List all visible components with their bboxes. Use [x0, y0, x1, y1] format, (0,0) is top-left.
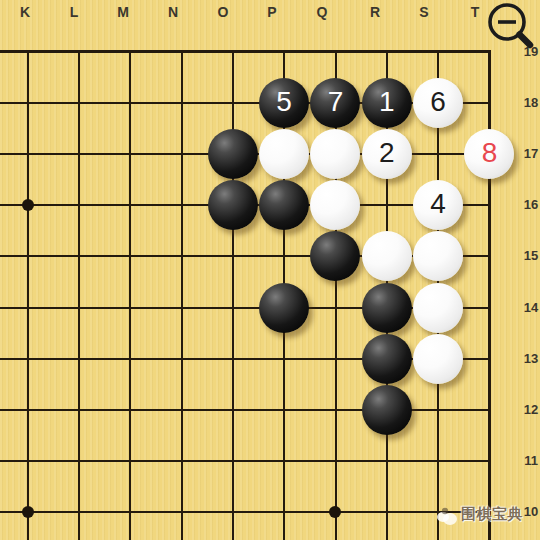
stone-black-O16: [208, 180, 258, 230]
star-point-K16: [22, 199, 34, 211]
grid-hline-11: [0, 460, 491, 462]
grid-hline-10: [0, 511, 491, 513]
stone-white-R15: [362, 231, 412, 281]
col-label-K: K: [10, 4, 40, 20]
stone-black-Q15: [310, 231, 360, 281]
grid-hline-19: [0, 50, 491, 53]
col-label-Q: Q: [307, 4, 337, 20]
stone-white-R17: 2: [362, 129, 412, 179]
move-number-6: 6: [430, 88, 446, 116]
stone-white-S13: [413, 334, 463, 384]
row-label-16: 16: [518, 198, 540, 212]
stone-black-R12: [362, 385, 412, 435]
app-watermark: 围棋宝典: [436, 501, 523, 527]
stone-white-Q16: [310, 180, 360, 230]
move-number-4: 4: [430, 190, 446, 218]
move-number-2: 2: [379, 139, 395, 167]
row-label-15: 15: [518, 249, 540, 263]
row-label-14: 14: [518, 301, 540, 315]
row-label-17: 17: [518, 147, 540, 161]
stone-black-P18: 5: [259, 78, 309, 128]
row-label-13: 13: [518, 352, 540, 366]
app-logo-icon: [436, 502, 458, 526]
go-board[interactable]: KLMNOPQRST19181716151413121110 5716284 围…: [0, 0, 540, 540]
row-label-18: 18: [518, 96, 540, 110]
col-label-L: L: [59, 4, 89, 20]
stone-black-R13: [362, 334, 412, 384]
col-label-P: P: [257, 4, 287, 20]
watermark-text: 围棋宝典: [461, 505, 523, 524]
move-number-1: 1: [379, 88, 395, 116]
col-label-S: S: [409, 4, 439, 20]
grid-vline-T: [488, 50, 491, 540]
move-number-7: 7: [328, 88, 344, 116]
row-label-11: 11: [518, 454, 540, 468]
stone-white-Q17: [310, 129, 360, 179]
stone-black-Q18: 7: [310, 78, 360, 128]
star-point-Q10: [329, 506, 341, 518]
col-label-M: M: [108, 4, 138, 20]
grid-vline-L: [78, 50, 80, 540]
grid-vline-O: [232, 50, 234, 540]
grid-vline-M: [129, 50, 131, 540]
stone-black-P14: [259, 283, 309, 333]
star-point-K10: [22, 506, 34, 518]
move-number-8: 8: [482, 139, 498, 167]
stone-black-P16: [259, 180, 309, 230]
grid-vline-N: [181, 50, 183, 540]
col-label-N: N: [158, 4, 188, 20]
stone-black-R18: 1: [362, 78, 412, 128]
stone-white-S16: 4: [413, 180, 463, 230]
stone-white-P17: [259, 129, 309, 179]
grid-vline-K: [27, 50, 29, 540]
stone-white-S14: [413, 283, 463, 333]
zoom-out-icon[interactable]: [481, 0, 537, 52]
stone-black-O17: [208, 129, 258, 179]
row-label-10: 10: [518, 505, 540, 519]
move-number-5: 5: [276, 88, 292, 116]
grid-hline-12: [0, 409, 491, 411]
stone-black-R14: [362, 283, 412, 333]
col-label-O: O: [208, 4, 238, 20]
col-label-R: R: [360, 4, 390, 20]
stone-white-S18: 6: [413, 78, 463, 128]
stone-white-T17: 8: [464, 129, 514, 179]
stone-white-S15: [413, 231, 463, 281]
row-label-12: 12: [518, 403, 540, 417]
